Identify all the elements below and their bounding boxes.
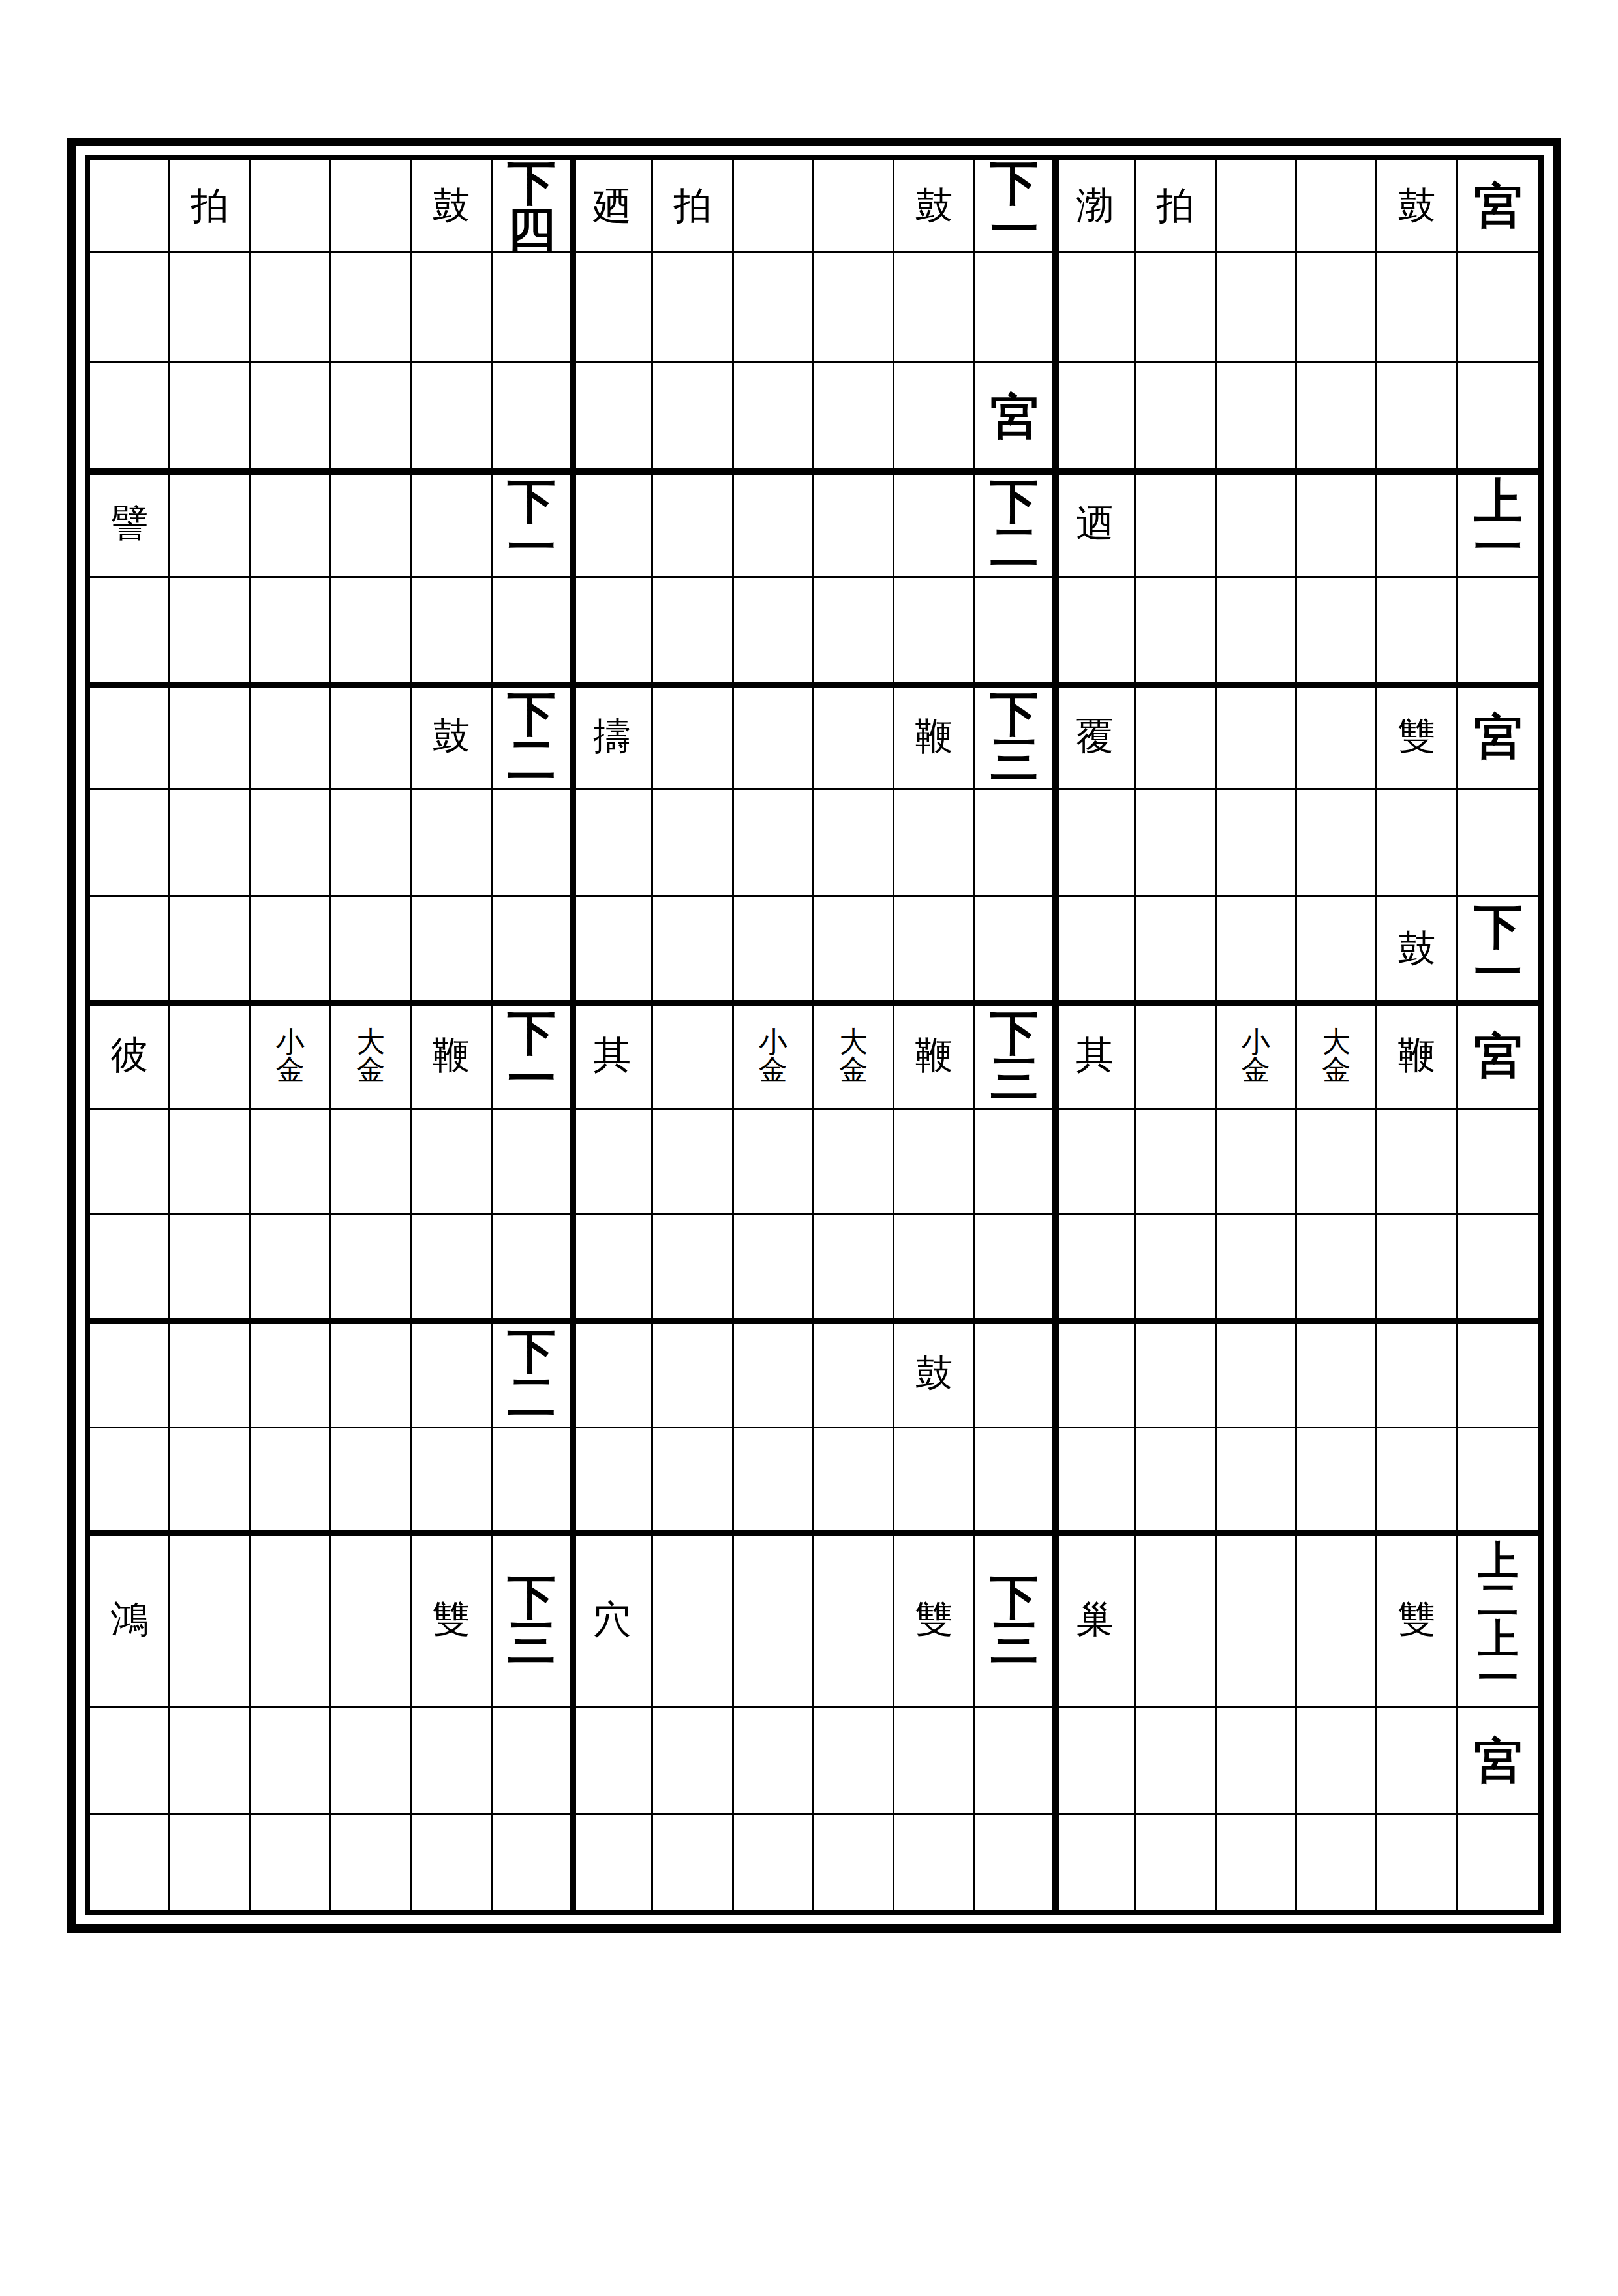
grid-cell: [734, 897, 814, 1003]
grid-cell: [331, 790, 412, 897]
grid-cell: 其: [1056, 1003, 1136, 1110]
grid-cell: 小金: [1217, 1003, 1297, 1110]
notation-text: 鼓: [1397, 187, 1435, 225]
grid-cell: [251, 1215, 331, 1321]
grid-cell: [331, 1533, 412, 1708]
grid-cell: [90, 1708, 170, 1815]
grid-cell: [331, 1708, 412, 1815]
grid-cell: 鼓: [1377, 160, 1458, 253]
grid-cell: 下二: [975, 472, 1056, 578]
notation-text: 下三: [508, 1574, 556, 1666]
notation-text: 宮: [1474, 714, 1522, 759]
grid-cell: [331, 578, 412, 685]
grid-cell: [1136, 363, 1216, 472]
notation-text: 下一: [508, 478, 556, 570]
grid-cell: [814, 1815, 894, 1910]
grid-cell: [170, 472, 251, 578]
grid-cell: [1056, 1428, 1136, 1533]
grid-cell: [975, 1708, 1056, 1815]
grid-cell: [251, 1321, 331, 1428]
grid-cell: [1136, 472, 1216, 578]
grid-cell: 雙: [1377, 685, 1458, 790]
grid-cell: [1056, 253, 1136, 363]
grid-cell: [975, 578, 1056, 685]
grid-cell: [653, 472, 733, 578]
grid-cell: [170, 578, 251, 685]
grid-cell: [1056, 363, 1136, 472]
grid-cell: [90, 790, 170, 897]
grid-cell: [975, 1215, 1056, 1321]
grid-cell: [90, 363, 170, 472]
grid-cell: [90, 897, 170, 1003]
grid-cell: [1377, 253, 1458, 363]
notation-text: 雙: [432, 1600, 470, 1639]
grid-cell: [1136, 578, 1216, 685]
grid-cell: [734, 578, 814, 685]
grid-cell: [251, 685, 331, 790]
grid-cell: [894, 1110, 975, 1215]
grid-cell: 下二: [493, 1321, 573, 1428]
grid-cell: 雙: [1377, 1533, 1458, 1708]
grid-cell: [170, 1428, 251, 1533]
grid-cell: [90, 253, 170, 363]
grid-cell: [814, 1533, 894, 1708]
notation-text: 下一: [508, 1010, 556, 1102]
grid-cell: [1377, 1215, 1458, 1321]
grid-cell: [1136, 897, 1216, 1003]
grid-cell: [1056, 1215, 1136, 1321]
notation-text: 其: [1076, 1036, 1114, 1074]
grid-cell: 鞭: [894, 685, 975, 790]
grid-cell: [1136, 1003, 1216, 1110]
grid-cell: [1458, 363, 1538, 472]
grid-cell: [1297, 1708, 1377, 1815]
notation-text: 下三: [990, 1574, 1039, 1666]
grid-cell: 其: [573, 1003, 653, 1110]
thick-vertical-rule: [1052, 160, 1059, 1910]
grid-cell: 鞭: [894, 1003, 975, 1110]
notation-text: 下三: [990, 691, 1039, 783]
grid-cell: [894, 1428, 975, 1533]
notation-text: 小金: [759, 1027, 787, 1083]
grid-cell: [814, 790, 894, 897]
grid-cell: [1217, 578, 1297, 685]
grid-cell: 渤: [1056, 160, 1136, 253]
notation-text: 鞭: [915, 717, 953, 755]
notation-text: 譬: [110, 504, 148, 543]
grid-cell: [170, 790, 251, 897]
grid-cell: 鴻: [90, 1533, 170, 1708]
grid-cell: [493, 1815, 573, 1910]
grid-cell: [653, 1321, 733, 1428]
grid-cell: [573, 363, 653, 472]
grid-cell: [814, 1428, 894, 1533]
grid-cell: [170, 1215, 251, 1321]
grid-cell: [170, 897, 251, 1003]
grid-cell: [1458, 790, 1538, 897]
grid-cell: [251, 1428, 331, 1533]
grid-cell: [734, 363, 814, 472]
grid-cell: [1136, 1110, 1216, 1215]
grid-cell: [1297, 160, 1377, 253]
grid-cell: [1458, 253, 1538, 363]
grid-cell: [573, 1321, 653, 1428]
grid-cell: [734, 472, 814, 578]
grid-cell: [1297, 1815, 1377, 1910]
notation-text: 渤: [1076, 187, 1114, 225]
grid-cell: 覆: [1056, 685, 1136, 790]
grid-cell: [331, 685, 412, 790]
grid-cell: [1136, 1708, 1216, 1815]
grid-cell: [894, 790, 975, 897]
grid-cell: [493, 253, 573, 363]
grid-cell: [894, 578, 975, 685]
grid-cell: 雙: [894, 1533, 975, 1708]
thick-horizontal-rule: [90, 682, 1538, 688]
grid-cell: [493, 363, 573, 472]
grid-cell: 宮: [1458, 1708, 1538, 1815]
grid-cell: [734, 1428, 814, 1533]
grid-cell: [814, 160, 894, 253]
grid-cell: [90, 1428, 170, 1533]
grid-cell: [894, 1215, 975, 1321]
grid-cell: [493, 790, 573, 897]
grid-cell: [1377, 363, 1458, 472]
grid-cell: [1297, 1215, 1377, 1321]
grid-cell: 小金: [734, 1003, 814, 1110]
notation-text: 宮: [1474, 183, 1522, 228]
grid-cell: 下三: [975, 1003, 1056, 1110]
grid-cell: [653, 1003, 733, 1110]
grid-cell: [251, 1110, 331, 1215]
grid-cell: [1458, 1428, 1538, 1533]
grid-cell: [170, 1321, 251, 1428]
grid-cell: [90, 1110, 170, 1215]
grid-cell: [1056, 1815, 1136, 1910]
grid-cell: [653, 1708, 733, 1815]
grid-cell: 拍: [653, 160, 733, 253]
score-page: { "page": { "background": "#ffffff", "in…: [0, 0, 1618, 2296]
grid-cell: [170, 1003, 251, 1110]
grid-cell: [1217, 1533, 1297, 1708]
grid-cell: 鼓: [894, 160, 975, 253]
grid-cell: [1056, 578, 1136, 685]
grid-cell: [331, 1321, 412, 1428]
grid-cell: [1297, 1110, 1377, 1215]
grid-cell: [653, 790, 733, 897]
grid-cell: [814, 363, 894, 472]
grid-cell: [251, 253, 331, 363]
thick-horizontal-rule: [90, 1000, 1538, 1006]
grid-cell: [975, 790, 1056, 897]
grid-cell: [493, 1708, 573, 1815]
grid-cell: 拍: [170, 160, 251, 253]
grid-cell: [1217, 160, 1297, 253]
grid-cell: 下二: [493, 685, 573, 790]
notation-text: 宮: [1474, 1033, 1522, 1078]
grid-cell: [1217, 1708, 1297, 1815]
grid-cell: 下一: [975, 160, 1056, 253]
grid-cell: [412, 1815, 492, 1910]
notation-text: 大金: [839, 1027, 868, 1083]
grid-cell: [1458, 1321, 1538, 1428]
grid-cell: [412, 897, 492, 1003]
grid-cell: [734, 790, 814, 897]
notation-text: 鼓: [915, 187, 953, 225]
grid-cell: [493, 897, 573, 1003]
grid-cell: [1217, 790, 1297, 897]
grid-cell: [1056, 1110, 1136, 1215]
grid-cell: [493, 1428, 573, 1533]
grid-cell: [1458, 1815, 1538, 1910]
grid-cell: 穴: [573, 1533, 653, 1708]
grid-cell: [1458, 578, 1538, 685]
grid-cell: [653, 1428, 733, 1533]
grid-cell: [894, 1708, 975, 1815]
grid-cell: [734, 253, 814, 363]
grid-cell: [493, 578, 573, 685]
grid-cell: [1217, 253, 1297, 363]
notation-text: 宮: [1474, 1738, 1522, 1783]
grid-cell: [814, 472, 894, 578]
grid-cell: 下一: [1458, 897, 1538, 1003]
grid-cell: [331, 897, 412, 1003]
grid-cell: [653, 253, 733, 363]
grid-cell: [1217, 1321, 1297, 1428]
grid-cell: [331, 363, 412, 472]
grid-cell: [90, 1321, 170, 1428]
grid-cell: [653, 685, 733, 790]
notation-text: 大金: [356, 1027, 385, 1083]
notation-text: 小金: [1242, 1027, 1270, 1083]
grid-cell: [1377, 790, 1458, 897]
grid-cell: [1458, 1215, 1538, 1321]
grid-cell: [331, 1428, 412, 1533]
grid-cell: [170, 1815, 251, 1910]
notation-text: 巢: [1076, 1600, 1114, 1639]
grid-cell: [814, 1708, 894, 1815]
grid-cell: [1217, 1110, 1297, 1215]
grid-cell: [1297, 253, 1377, 363]
grid-cell: [734, 1215, 814, 1321]
grid-cell: [1217, 363, 1297, 472]
grid-cell: [814, 1321, 894, 1428]
grid-cell: 大金: [1297, 1003, 1377, 1110]
grid-cell: [734, 1533, 814, 1708]
grid-cell: 下一: [493, 1003, 573, 1110]
grid-cell: [814, 253, 894, 363]
notation-text: 下三: [990, 1010, 1039, 1102]
grid-cell: [573, 1110, 653, 1215]
grid-cell: 宮: [1458, 160, 1538, 253]
grid-cell: [412, 1428, 492, 1533]
notation-text: 其: [593, 1036, 631, 1074]
grid-cell: [814, 1110, 894, 1215]
score-table-outer-frame: 拍鼓下四廼拍鼓下一渤拍鼓宮宮譬下一下二迺上一鼓下二擣鞭下三覆雙宮鼓下一彼小金大金…: [67, 138, 1561, 1933]
grid-cell: [1377, 578, 1458, 685]
grid-cell: [1217, 1815, 1297, 1910]
grid-cell: [412, 363, 492, 472]
grid-cell: [1136, 685, 1216, 790]
notation-text: 雙: [1397, 717, 1435, 755]
notation-text: 鞭: [432, 1036, 470, 1074]
grid-cell: [251, 1708, 331, 1815]
notation-text: 上二上一: [1478, 1541, 1518, 1699]
grid-cell: [90, 578, 170, 685]
grid-cell: 上二上一: [1458, 1533, 1538, 1708]
grid-cell: 拍: [1136, 160, 1216, 253]
grid-cell: [412, 253, 492, 363]
grid-cell: [1377, 1110, 1458, 1215]
grid-cell: 鞭: [1377, 1003, 1458, 1110]
grid-cell: 大金: [331, 1003, 412, 1110]
grid-cell: [1056, 790, 1136, 897]
grid-cell: [734, 160, 814, 253]
grid-cell: [1297, 1533, 1377, 1708]
grid-cell: [653, 1215, 733, 1321]
grid-cell: [894, 253, 975, 363]
grid-cell: [894, 472, 975, 578]
grid-cell: [170, 363, 251, 472]
grid-cell: 小金: [251, 1003, 331, 1110]
grid-cell: [734, 1110, 814, 1215]
grid-cell: [1377, 1708, 1458, 1815]
notation-text: 下二: [508, 691, 556, 783]
grid-cell: [975, 1321, 1056, 1428]
grid-cell: [653, 1815, 733, 1910]
grid-cell: [734, 685, 814, 790]
grid-cell: [1377, 1321, 1458, 1428]
grid-cell: [251, 897, 331, 1003]
grid-cell: [573, 1428, 653, 1533]
grid-cell: [412, 1110, 492, 1215]
grid-cell: [251, 160, 331, 253]
grid-cell: [573, 578, 653, 685]
grid-cell: [1297, 685, 1377, 790]
grid-cell: 巢: [1056, 1533, 1136, 1708]
notation-text: 廼: [593, 187, 631, 225]
notation-text: 鞭: [915, 1036, 953, 1074]
grid-cell: [90, 1215, 170, 1321]
grid-cell: 宮: [1458, 685, 1538, 790]
notation-text: 下一: [1474, 903, 1522, 995]
notation-text: 鴻: [110, 1600, 148, 1639]
grid-cell: [573, 1708, 653, 1815]
notation-text: 拍: [1156, 187, 1194, 225]
grid-cell: [251, 363, 331, 472]
notation-text: 迺: [1076, 504, 1114, 543]
grid-cell: [573, 1815, 653, 1910]
grid-cell: [493, 1110, 573, 1215]
grid-cell: [412, 472, 492, 578]
notation-text: 穴: [593, 1600, 631, 1639]
thick-horizontal-rule: [90, 1318, 1538, 1324]
grid-cell: [1217, 685, 1297, 790]
notation-text: 上一: [1474, 478, 1522, 570]
grid-cell: [493, 1215, 573, 1321]
grid-cell: 鼓: [1377, 897, 1458, 1003]
grid-cell: [573, 472, 653, 578]
grid-cell: [170, 1110, 251, 1215]
grid-cell: [170, 253, 251, 363]
grid-cell: 宮: [1458, 1003, 1538, 1110]
notation-text: 下二: [508, 1328, 556, 1420]
thick-vertical-rule: [570, 160, 576, 1910]
grid-cell: [331, 472, 412, 578]
grid-cell: [734, 1815, 814, 1910]
grid-cell: [170, 1533, 251, 1708]
notation-text: 宮: [990, 393, 1039, 439]
thick-horizontal-rule: [90, 468, 1538, 475]
grid-cell: [1136, 1321, 1216, 1428]
grid-cell: 彼: [90, 1003, 170, 1110]
grid-cell: 廼: [573, 160, 653, 253]
grid-cell: [894, 363, 975, 472]
grid-cell: [1136, 253, 1216, 363]
grid-cell: [412, 790, 492, 897]
grid-cell: 鼓: [894, 1321, 975, 1428]
grid-cell: 下四: [493, 160, 573, 253]
grid-cell: 下三: [975, 1533, 1056, 1708]
notation-text: 鞭: [1397, 1036, 1435, 1074]
grid-cell: 擣: [573, 685, 653, 790]
grid-cell: [653, 897, 733, 1003]
grid-cell: [894, 897, 975, 1003]
notation-text: 拍: [191, 187, 228, 225]
grid-cell: [814, 578, 894, 685]
grid-cell: 雙: [412, 1533, 492, 1708]
grid-cell: [1217, 1428, 1297, 1533]
grid-cell: [814, 1215, 894, 1321]
notation-text: 鼓: [432, 717, 470, 755]
grid-cell: [734, 1321, 814, 1428]
grid-cell: [331, 1815, 412, 1910]
grid-cell: [1136, 1428, 1216, 1533]
grid-cell: [573, 897, 653, 1003]
grid-cell: [1297, 897, 1377, 1003]
grid-cell: [1458, 1110, 1538, 1215]
grid-cell: [894, 1815, 975, 1910]
grid-cell: [412, 1215, 492, 1321]
notation-text: 下二: [990, 478, 1039, 570]
notation-text: 小金: [276, 1027, 305, 1083]
grid-cell: [412, 1321, 492, 1428]
notation-text: 彼: [110, 1036, 148, 1074]
grid-cell: 下三: [975, 685, 1056, 790]
grid-cell: [251, 1533, 331, 1708]
grid-cell: [1297, 363, 1377, 472]
notation-text: 鼓: [915, 1354, 953, 1393]
grid-cell: [975, 1110, 1056, 1215]
grid-cell: [1136, 1215, 1216, 1321]
grid-cell: [1136, 1533, 1216, 1708]
grid-cell: [1056, 1321, 1136, 1428]
notation-text: 鼓: [432, 187, 470, 225]
notation-text: 覆: [1076, 717, 1114, 755]
grid-cell: [331, 1110, 412, 1215]
grid-cell: 迺: [1056, 472, 1136, 578]
grid-cell: [573, 1215, 653, 1321]
grid-cell: [251, 578, 331, 685]
grid-cell: [1136, 1815, 1216, 1910]
grid-cell: [814, 897, 894, 1003]
grid-cell: [1297, 472, 1377, 578]
grid-cell: 鼓: [412, 160, 492, 253]
grid-cell: [975, 253, 1056, 363]
score-grid: 拍鼓下四廼拍鼓下一渤拍鼓宮宮譬下一下二迺上一鼓下二擣鞭下三覆雙宮鼓下一彼小金大金…: [90, 160, 1538, 1910]
grid-cell: [90, 1815, 170, 1910]
grid-cell: [1297, 1321, 1377, 1428]
